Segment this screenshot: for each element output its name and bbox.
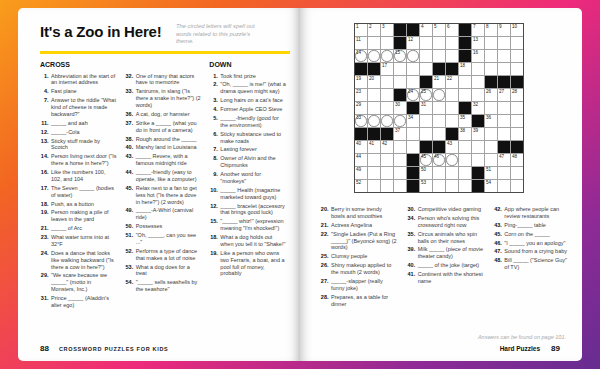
grid-cell: 12: [407, 37, 419, 49]
grid-cell: [446, 180, 458, 192]
clue-50: 50.Possesses: [125, 223, 202, 230]
cell-number: 32: [473, 102, 478, 107]
clue-text: Sound from a crying baby: [504, 248, 570, 255]
grid-cell: [459, 89, 471, 101]
grid-cell: [381, 50, 393, 62]
grid-block: [433, 141, 445, 153]
grid-block: [485, 76, 497, 88]
grid-block: [511, 141, 523, 153]
clue-text: App where people can review restaurants: [504, 206, 570, 220]
grid-cell: [485, 37, 497, 49]
grid-block: [407, 154, 419, 166]
clue-number: 19.: [209, 250, 220, 278]
grid-cell: [407, 141, 419, 153]
grid-block: [511, 76, 523, 88]
grid-cell: [446, 89, 458, 101]
clue-number: 43.: [493, 222, 504, 229]
grid-cell: [498, 63, 510, 75]
cell-number: 6: [447, 24, 450, 29]
clue-text: Person who's solving this crossword righ…: [418, 215, 484, 229]
grid-cell: [472, 89, 484, 101]
grid-cell: [511, 63, 523, 75]
circle-marker: [381, 115, 392, 126]
grid-cell: [511, 50, 523, 62]
clue-text: Person making a pile of leaves in the ya…: [51, 209, 117, 223]
grid-cell: 30: [394, 102, 406, 114]
clue-53: 53.What a dog does for a treat: [125, 264, 202, 278]
grid-cell: 19: [355, 76, 367, 88]
cell-number: 26: [486, 89, 491, 94]
grid-cell: [381, 89, 393, 101]
clue-text: _____-A-Whirl (carnival ride): [136, 207, 202, 221]
clue-21: 21.Actress Angelina: [320, 222, 397, 229]
clue-33: 33.Tantrums, in slang ("Is there a snake…: [125, 88, 202, 109]
across-clues-column-2: 32.One of many that actors have to memor…: [125, 61, 202, 311]
grid-block: [459, 50, 471, 62]
clue-text: _____ Health (magazine marketed toward g…: [220, 187, 286, 201]
grid-cell: [446, 167, 458, 179]
grid-cell: [368, 102, 380, 114]
grid-cell: 15: [394, 50, 406, 62]
grid-cell: [420, 128, 432, 140]
grid-cell: [394, 63, 406, 75]
grid-cell: [511, 180, 523, 192]
clue-number: 52.: [125, 248, 136, 262]
grid-cell: [511, 128, 523, 140]
clue-4: 4.Fast plane: [40, 88, 117, 95]
cell-number: 12: [408, 37, 413, 42]
clue-23: 23.What water turns into at 32°F: [40, 234, 117, 248]
grid-block: [407, 24, 419, 36]
grid-cell: 47: [498, 154, 510, 166]
clue-6: 6.Sticky substance used to make roads: [209, 131, 286, 145]
clue-30: 30.Competitive video gaming: [407, 206, 484, 213]
cell-number: 16: [473, 50, 478, 55]
clue-number: 9.: [209, 171, 220, 185]
clue-number: 1.: [40, 73, 51, 87]
clue-number: 20.: [320, 206, 331, 220]
grid-cell: [485, 63, 497, 75]
heading-spacer: [125, 61, 202, 69]
grid-cell: [472, 141, 484, 153]
cell-number: 47: [499, 154, 504, 159]
clue-31: 31.Prince _____ (Aladdin's alter ego): [40, 295, 117, 309]
clue-number: 6.: [209, 131, 220, 145]
grid-cell: 39: [472, 128, 484, 140]
grid-block: [459, 37, 471, 49]
clue-text: "Oh, _____, can you see ...": [136, 232, 202, 246]
clue-text: Abbreviation at the start of an internet…: [51, 73, 117, 87]
clue-39: 39.Milk _____ (piece of movie theater ca…: [407, 246, 484, 260]
clue-37: 37.Strike a _____ (what you do in front …: [125, 120, 202, 134]
grid-cell: [433, 167, 445, 179]
clue-text: Took first prize: [220, 73, 286, 80]
grid-cell: [459, 180, 471, 192]
crossword-grid: 1234567891011121314151617181920212223242…: [354, 23, 524, 193]
clue-text: Circus animals who spin balls on their n…: [418, 231, 484, 245]
grid-block: [498, 141, 510, 153]
clue-text: Actress Angelina: [331, 222, 397, 229]
circle-marker: [394, 115, 405, 126]
clue-text: Possesses: [136, 223, 202, 230]
clue-number: 3.: [209, 97, 220, 104]
grid-cell: [472, 63, 484, 75]
clue-42: 42.App where people can review restauran…: [493, 206, 570, 220]
grid-cell: 13: [472, 37, 484, 49]
left-page-footer: 88 CROSSWORD PUZZLES FOR KIDS: [40, 344, 168, 353]
clue-number: 21.: [40, 225, 51, 232]
clue-number: 16.: [40, 169, 51, 183]
grid-block: [394, 37, 406, 49]
clue-text: A cat, dog, or hamster: [136, 111, 202, 118]
grid-cell: 46: [433, 154, 445, 166]
grid-cell: [498, 50, 510, 62]
grid-block: [446, 128, 458, 140]
cell-number: 30: [395, 102, 400, 107]
clue-text: Lasting forever: [220, 146, 286, 153]
grid-cell: [498, 167, 510, 179]
grid-cell: [368, 154, 380, 166]
clue-7: 7.Answer to the riddle "What kind of che…: [40, 97, 117, 118]
grid-block: [407, 102, 419, 114]
cell-number: 28: [512, 89, 517, 94]
circle-marker: [446, 154, 457, 165]
grid-cell: 31: [420, 102, 432, 114]
clue-text: Owner of Alvin and the Chipmunks: [220, 155, 286, 169]
clue-number: 32.: [125, 73, 136, 87]
grid-cell: 28: [511, 89, 523, 101]
clue-number: 5.: [209, 115, 220, 129]
right-page-footer: Hard Puzzles 89: [500, 344, 560, 353]
grid-cell: 6: [446, 24, 458, 36]
book-spread: It's a Zoo in Here! The circled letters …: [18, 8, 582, 361]
clue-44: 44._____-friendly (easy to operate, like…: [125, 169, 202, 183]
grid-cell: 29: [355, 102, 367, 114]
clue-4: 4.Former Apple CEO Steve: [209, 106, 286, 113]
down-clue-list-3: 30.Competitive video gaming34.Person who…: [407, 206, 484, 309]
grid-cell: 51: [485, 167, 497, 179]
grid-cell: [498, 102, 510, 114]
across-heading: ACROSS: [40, 61, 117, 69]
down-clue-list-4: 42.App where people can review restauran…: [493, 206, 570, 309]
cell-number: 14: [356, 50, 361, 55]
clue-text: Clumsy people: [331, 253, 397, 260]
grid-cell: 52: [355, 180, 367, 192]
grid-cell: 44: [355, 154, 367, 166]
clue-number: 12.: [209, 203, 220, 217]
grid-cell: 49: [355, 167, 367, 179]
clue-51: 51."Oh, _____, can you see ...": [125, 232, 202, 246]
gradient-book-frame: It's a Zoo in Here! The circled letters …: [0, 0, 600, 369]
grid-cell: [433, 37, 445, 49]
grid-cell: [433, 128, 445, 140]
grid-cell: 5: [433, 24, 445, 36]
grid-cell: 23: [355, 89, 367, 101]
cell-number: 18: [460, 63, 465, 68]
grid-cell: 38: [459, 128, 471, 140]
clue-text: Fast plane: [51, 88, 117, 95]
grid-cell: [459, 154, 471, 166]
grid-cell: 9: [498, 24, 510, 36]
grid-cell: 1: [355, 24, 367, 36]
clue-number: 51.: [125, 232, 136, 246]
grid-cell: [407, 50, 419, 62]
clue-12: 12._____ bracelet (accessory that brings…: [209, 203, 286, 217]
clue-number: 7.: [40, 97, 51, 118]
clue-text: _____ of the joke (target): [418, 262, 484, 269]
grid-cell: [498, 128, 510, 140]
cell-number: 9: [499, 24, 502, 29]
down-clues-column-1: DOWN 1.Took first prize2."Oh, _____ is m…: [209, 61, 286, 311]
grid-cell: 16: [472, 50, 484, 62]
grid-cell: [485, 128, 497, 140]
clue-7: 7.Lasting forever: [209, 146, 286, 153]
cell-number: 34: [408, 115, 413, 120]
clue-18: 18.What a dog holds out when you tell it…: [209, 234, 286, 248]
grid-cell: 54: [485, 180, 497, 192]
clue-text: Marshy land in Louisiana: [136, 144, 202, 151]
grid-block: [355, 63, 367, 75]
cell-number: 40: [356, 141, 361, 146]
grid-cell: 48: [511, 154, 523, 166]
cell-number: 39: [473, 128, 478, 133]
right-page: 1234567891011121314151617181920212223242…: [300, 8, 582, 361]
cell-number: 50: [421, 167, 426, 172]
cell-number: 44: [356, 154, 361, 159]
cell-number: 7: [473, 24, 476, 29]
clue-16: 16.Like the numbers 100, 102, and 104: [40, 169, 117, 183]
cell-number: 45: [421, 154, 426, 159]
clue-13: 13.Sticky stuff made by Scotch: [40, 138, 117, 152]
clue-41: 41.Continent with the shortest name: [407, 271, 484, 285]
clue-number: 28.: [320, 294, 331, 308]
circle-marker: [368, 115, 379, 126]
cell-number: 51: [486, 167, 491, 172]
theme-hint-note: The circled letters will spell out words…: [176, 23, 262, 46]
grid-cell: 8: [485, 24, 497, 36]
grid-cell: [368, 180, 380, 192]
clue-45: 45.Relax next to a fan to get less hot (…: [125, 185, 202, 206]
clue-number: 11.: [40, 120, 51, 127]
grid-cell: [446, 37, 458, 49]
clue-text: _____-Cola: [51, 129, 117, 136]
clue-text: Former Apple CEO Steve: [220, 106, 286, 113]
clue-number: 36.: [125, 111, 136, 118]
grid-cell: 3: [381, 24, 393, 36]
grid-block: [472, 115, 484, 127]
grid-cell: [407, 76, 419, 88]
clue-17: 17.The Seven _____ (bodies of water): [40, 185, 117, 199]
clue-43: 43._____ Revere, with a famous midnight …: [125, 153, 202, 167]
clue-text: Rough around the _____: [136, 136, 202, 143]
grid-cell: 35: [459, 115, 471, 127]
clue-number: 19.: [40, 209, 51, 223]
clue-text: Answer to the riddle "What kind of chees…: [51, 97, 117, 118]
grid-block: [498, 76, 510, 88]
clue-number: 35.: [407, 231, 418, 245]
cell-number: 22: [447, 76, 452, 81]
grid-block: [368, 128, 380, 140]
clue-19: 19.Like a person who owns two Ferraris, …: [209, 250, 286, 278]
clue-number: 53.: [125, 264, 136, 278]
grid-block: [446, 63, 458, 75]
clue-number: 4.: [209, 106, 220, 113]
cell-number: 4: [421, 24, 424, 29]
cell-number: 31: [421, 102, 426, 107]
grid-cell: 36: [485, 115, 497, 127]
grid-block: [368, 63, 380, 75]
clue-number: 42.: [493, 206, 504, 220]
book-title: CROSSWORD PUZZLES FOR KIDS: [59, 346, 169, 352]
clue-54: 54."_____ sells seashells by the seashor…: [125, 279, 202, 293]
clue-1: 1.Took first prize: [209, 73, 286, 80]
clue-text: _____ and aah: [51, 120, 117, 127]
cell-number: 41: [369, 141, 374, 146]
grid-cell: [368, 37, 380, 49]
clue-text: Long hairs on a cat's face: [220, 97, 286, 104]
grid-cell: [446, 154, 458, 166]
grid-cell: 43: [446, 141, 458, 153]
cell-number: 21: [434, 76, 439, 81]
grid-cell: [446, 102, 458, 114]
clue-12: 12._____-Cola: [40, 129, 117, 136]
cell-number: 10: [512, 24, 517, 29]
clue-number: 27.: [320, 278, 331, 292]
clue-40: 40.Marshy land in Louisiana: [125, 144, 202, 151]
grid-block: [355, 128, 367, 140]
grid-block: [472, 167, 484, 179]
right-page-clue-columns: 20.Berry in some trendy bowls and smooth…: [300, 193, 582, 309]
yellow-title-rule: [40, 51, 290, 54]
grid-cell: 10: [511, 24, 523, 36]
grid-cell: 21: [433, 76, 445, 88]
cell-number: 1: [356, 24, 359, 29]
grid-cell: 20: [368, 76, 380, 88]
clue-52: 52.Performs a type of dance that makes a…: [125, 248, 202, 262]
puzzle-title: It's a Zoo in Here!: [40, 23, 161, 40]
left-page-clue-columns: ACROSS 1.Abbreviation at the start of an…: [18, 61, 300, 311]
grid-cell: [420, 63, 432, 75]
clue-number: 40.: [407, 262, 418, 269]
clue-text: Milk _____ (piece of movie theater candy…: [418, 246, 484, 260]
grid-block: [420, 141, 432, 153]
clue-text: Prince _____ (Aladdin's alter ego): [51, 295, 117, 309]
grid-cell: [407, 128, 419, 140]
grid-block: [407, 167, 419, 179]
clue-text: Berry in some trendy bowls and smoothies: [331, 206, 397, 220]
clue-text: Sticky substance used to make roads: [220, 131, 286, 145]
clue-number: 48.: [493, 257, 504, 271]
clue-48: 48.Bill _____ ("Science Guy" of TV): [493, 257, 570, 271]
grid-cell: [368, 50, 380, 62]
clue-text: Ping-_____ table: [504, 222, 570, 229]
grid-cell: [472, 154, 484, 166]
cell-number: 33: [356, 115, 361, 120]
grid-cell: [381, 102, 393, 114]
grid-block: [433, 63, 445, 75]
grid-cell: [511, 37, 523, 49]
clue-number: 26.: [320, 262, 331, 276]
grid-cell: [394, 76, 406, 88]
grid-cell: [420, 50, 432, 62]
grid-cell: [394, 141, 406, 153]
left-page-header: It's a Zoo in Here! The circled letters …: [18, 8, 300, 46]
grid-cell: [381, 154, 393, 166]
clue-text: "Oh, _____ is me!" (what a drama queen m…: [220, 81, 286, 95]
clue-number: 44.: [125, 169, 136, 183]
grid-cell: 17: [381, 63, 393, 75]
clue-number: 34.: [407, 215, 418, 229]
clue-18: 18.Push, as a button: [40, 201, 117, 208]
cell-number: 5: [434, 24, 437, 29]
grid-cell: 18: [459, 63, 471, 75]
clue-1: 1.Abbreviation at the start of an intern…: [40, 73, 117, 87]
clue-number: 29.: [40, 272, 51, 293]
clue-text: Does a dance that looks like walking bac…: [51, 250, 117, 271]
grid-cell: [459, 141, 471, 153]
grid-cell: 11: [355, 37, 367, 49]
clue-number: 8.: [209, 155, 220, 169]
cell-number: 52: [356, 180, 361, 185]
clue-text: "_____ sells seashells by the seashore": [136, 279, 202, 293]
clue-24: 24.Does a dance that looks like walking …: [40, 250, 117, 271]
page-number-left: 88: [40, 344, 49, 353]
down-clue-list-1: 1.Took first prize2."Oh, _____ is me!" (…: [209, 73, 286, 278]
clue-text: Prepares, as a table for dinner: [331, 294, 397, 308]
grid-cell: 37: [394, 128, 406, 140]
clue-number: 24.: [40, 250, 51, 271]
grid-cell: [433, 50, 445, 62]
clue-number: 45.: [125, 185, 136, 206]
clue-text: Person living next door ("Is there a hor…: [51, 153, 117, 167]
clue-text: Performs a type of dance that makes a lo…: [136, 248, 202, 262]
grid-block: [381, 128, 393, 140]
grid-cell: [511, 115, 523, 127]
cell-number: 2: [369, 24, 372, 29]
grid-cell: [511, 102, 523, 114]
grid-cell: 24: [407, 89, 419, 101]
clue-text: Competitive video gaming: [418, 206, 484, 213]
grid-cell: 33: [355, 115, 367, 127]
clue-number: 41.: [407, 271, 418, 285]
clue-35: 35.Circus animals who spin balls on thei…: [407, 231, 484, 245]
clue-19: 19.Person making a pile of leaves in the…: [40, 209, 117, 223]
cell-number: 49: [356, 167, 361, 172]
clue-number: 18.: [209, 234, 220, 248]
clue-number: 46.: [493, 240, 504, 247]
cell-number: 35: [460, 115, 465, 120]
clue-number: 2.: [209, 81, 220, 95]
clue-number: 49.: [125, 207, 136, 221]
grid-cell: 26: [485, 89, 497, 101]
clue-text: "Single Ladies (Put a Ring _____)" (Beyo…: [331, 231, 397, 252]
cell-number: 8: [486, 24, 489, 29]
grid-block: [459, 102, 471, 114]
cell-number: 15: [395, 50, 400, 55]
answers-note: Answers can be found on page 101.: [478, 334, 566, 340]
clue-text: Another word for "monkeys": [220, 171, 286, 185]
grid-cell: [394, 167, 406, 179]
clue-46: 46."I _____ you an apology": [493, 240, 570, 247]
clue-45: 45.Corn on the _____: [493, 231, 570, 238]
grid-cell: 4: [420, 24, 432, 36]
clue-21: 21._____ of Arc: [40, 225, 117, 232]
cell-number: 48: [512, 154, 517, 159]
clue-text: "I _____ you an apology": [504, 240, 570, 247]
grid-cell: 14: [355, 50, 367, 62]
clue-text: What water turns into at 32°F: [51, 234, 117, 248]
clue-text: Push, as a button: [51, 201, 117, 208]
